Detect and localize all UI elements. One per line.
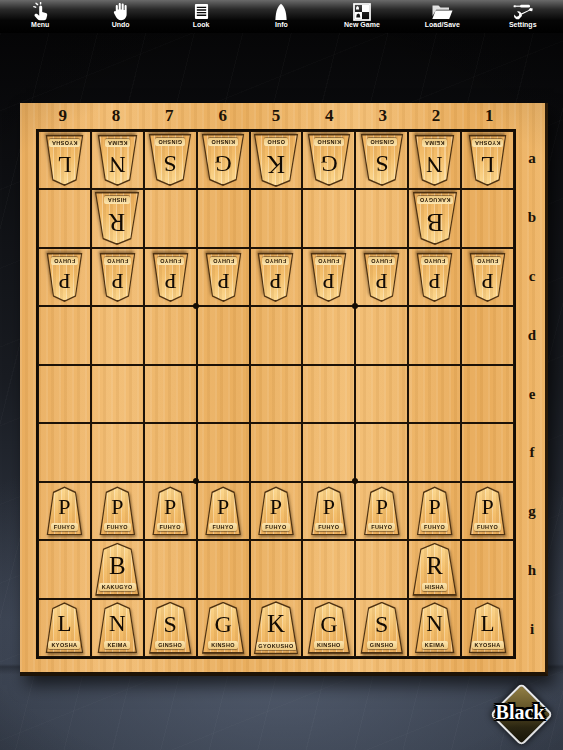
piece-name-label: FUHYO	[368, 523, 395, 531]
cell-4a[interactable]: GKINSHO	[302, 131, 355, 189]
piece-name-label: FUHYO	[209, 257, 236, 265]
piece-letter: N	[426, 604, 443, 641]
piece-letter: P	[481, 488, 493, 523]
piece-letter: S	[164, 147, 177, 185]
cell-7d[interactable]	[144, 306, 197, 364]
cell-8d[interactable]	[91, 306, 144, 364]
cell-1i[interactable]: LKYOSHA	[461, 599, 514, 657]
piece-fuhyo-2g[interactable]: PFUHYO	[416, 486, 453, 535]
piece-face: SGINSHO	[150, 603, 191, 652]
piece-fuhyo-9g[interactable]: PFUHYO	[46, 486, 83, 535]
piece-name-label: FUHYO	[421, 523, 448, 531]
piece-name-label: FUHYO	[104, 257, 131, 265]
piece-letter: P	[270, 265, 282, 300]
piece-kinsho-4a[interactable]: GKINSHO	[307, 134, 351, 186]
piece-gyokusho-5i[interactable]: KGYOKUSHO	[253, 601, 299, 654]
cell-9g[interactable]: PFUHYO	[38, 482, 91, 540]
piece-keima-2i[interactable]: NKEIMA	[414, 602, 455, 653]
piece-name-label: FUHYO	[209, 523, 236, 531]
cell-7b[interactable]	[144, 189, 197, 247]
piece-letter: P	[111, 488, 123, 523]
piece-letter: S	[375, 147, 388, 185]
cell-1g[interactable]: PFUHYO	[461, 482, 514, 540]
piece-letter: P	[217, 488, 229, 523]
piece-fuhyo-3c[interactable]: PFUHYO	[363, 253, 400, 302]
piece-letter: N	[109, 604, 126, 641]
piece-hisha-2h[interactable]: RHISHA	[412, 543, 458, 596]
piece-fuhyo-9c[interactable]: PFUHYO	[46, 253, 83, 302]
cell-7h[interactable]	[144, 540, 197, 598]
piece-face: GKINSHO	[308, 603, 349, 652]
toolbar-button-load-save[interactable]: Load/Save	[402, 0, 482, 33]
toolbar-button-menu[interactable]: Menu	[0, 0, 80, 33]
cell-8e[interactable]	[91, 365, 144, 423]
cell-7f[interactable]	[144, 423, 197, 481]
cell-2b[interactable]: BKAKUGYO	[408, 189, 461, 247]
toolbar-label: Undo	[112, 21, 130, 29]
file-label-4: 4	[303, 103, 356, 129]
cell-2h[interactable]: RHISHA	[408, 540, 461, 598]
piece-name-label: KEIMA	[104, 641, 130, 649]
cell-2c[interactable]: PFUHYO	[408, 248, 461, 306]
piece-letter: P	[376, 265, 388, 300]
cell-3b[interactable]	[355, 189, 408, 247]
tools-icon	[512, 2, 534, 21]
cell-2a[interactable]: NKEIMA	[408, 131, 461, 189]
piece-letter: P	[217, 265, 229, 300]
app-screen: Menu Undo Look Info New Game	[0, 0, 563, 750]
cell-3h[interactable]	[355, 540, 408, 598]
piece-name-label: FUHYO	[51, 523, 78, 531]
piece-fuhyo-6c[interactable]: PFUHYO	[205, 253, 242, 302]
cell-4g[interactable]: PFUHYO	[302, 482, 355, 540]
cell-5b[interactable]	[250, 189, 303, 247]
piece-hisha-8b[interactable]: RHISHA	[94, 192, 140, 245]
piece-ginsho-7a[interactable]: SGINSHO	[148, 134, 192, 186]
cell-9h[interactable]	[38, 540, 91, 598]
piece-letter: G	[214, 603, 231, 641]
piece-name-label: FUHYO	[157, 523, 184, 531]
cell-5i[interactable]: KGYOKUSHO	[250, 599, 303, 657]
piece-face: RHISHA	[413, 544, 456, 594]
cell-7a[interactable]: SGINSHO	[144, 131, 197, 189]
cell-3e[interactable]	[355, 365, 408, 423]
rank-label-f: f	[519, 423, 545, 482]
piece-face: KOSHO	[254, 135, 297, 185]
piece-letter: P	[164, 265, 176, 300]
cell-6f[interactable]	[197, 423, 250, 481]
piece-fuhyo-6g[interactable]: PFUHYO	[205, 486, 242, 535]
cell-5c[interactable]: PFUHYO	[250, 248, 303, 306]
piece-name-label: KYOSHA	[472, 641, 504, 649]
piece-name-label: FUHYO	[474, 257, 501, 265]
piece-name-label: KEIMA	[422, 641, 448, 649]
piece-face: LKYOSHA	[470, 604, 506, 652]
piece-face: GKINSHO	[308, 136, 349, 185]
cell-1e[interactable]	[461, 365, 514, 423]
piece-letter: S	[375, 603, 388, 641]
file-label-2: 2	[409, 103, 462, 129]
cell-3g[interactable]: PFUHYO	[355, 482, 408, 540]
raised-hand-icon	[112, 2, 129, 21]
piece-name-label: KINSHO	[314, 641, 344, 649]
cell-3i[interactable]: SGINSHO	[355, 599, 408, 657]
cell-8h[interactable]: BKAKUGYO	[91, 540, 144, 598]
cell-8i[interactable]: NKEIMA	[91, 599, 144, 657]
file-label-7: 7	[143, 103, 196, 129]
piece-keima-8a[interactable]: NKEIMA	[97, 135, 138, 186]
cell-2i[interactable]: NKEIMA	[408, 599, 461, 657]
cell-8a[interactable]: NKEIMA	[91, 131, 144, 189]
cell-9i[interactable]: LKYOSHA	[38, 599, 91, 657]
rank-label-a: a	[519, 129, 545, 188]
cell-1b[interactable]	[461, 189, 514, 247]
piece-kinsho-6a[interactable]: GKINSHO	[201, 134, 245, 186]
piece-name-label: FUHYO	[474, 523, 501, 531]
piece-letter: P	[58, 265, 70, 300]
cell-4b[interactable]	[302, 189, 355, 247]
hoshi-dot	[193, 303, 199, 309]
toolbar-label: Settings	[509, 21, 537, 29]
piece-face: KGYOKUSHO	[254, 603, 297, 653]
piece-fuhyo-5c[interactable]: PFUHYO	[257, 253, 294, 302]
piece-kakugyo-2b[interactable]: BKAKUGYO	[412, 192, 458, 245]
piece-face: SGINSHO	[150, 136, 191, 185]
piece-name-label: GINSHO	[155, 641, 185, 649]
cell-9d[interactable]	[38, 306, 91, 364]
piece-letter: P	[270, 488, 282, 523]
cell-8f[interactable]	[91, 423, 144, 481]
piece-name-label: KINSHO	[208, 139, 238, 147]
file-label-6: 6	[196, 103, 249, 129]
cell-8g[interactable]: PFUHYO	[91, 482, 144, 540]
piece-keima-2a[interactable]: NKEIMA	[414, 135, 455, 186]
cell-3a[interactable]: SGINSHO	[355, 131, 408, 189]
file-labels: 987654321	[36, 103, 516, 129]
piece-letter: P	[376, 488, 388, 523]
cell-2f[interactable]	[408, 423, 461, 481]
toolbar: Menu Undo Look Info New Game	[0, 0, 563, 34]
piece-keima-8i[interactable]: NKEIMA	[97, 602, 138, 653]
piece-fuhyo-4g[interactable]: PFUHYO	[310, 486, 347, 535]
file-label-3: 3	[356, 103, 409, 129]
piece-letter: P	[481, 265, 493, 300]
turn-indicator: Black	[487, 680, 553, 746]
piece-letter: B	[426, 205, 443, 244]
rank-label-g: g	[519, 482, 545, 541]
piece-ginsho-7i[interactable]: SGINSHO	[148, 602, 192, 654]
piece-name-label: KAKUGYO	[416, 197, 453, 205]
cell-4e[interactable]	[302, 365, 355, 423]
piece-name-label: GYOKUSHO	[255, 642, 296, 650]
piece-kyosha-9i[interactable]: LKYOSHA	[45, 602, 84, 653]
cell-5d[interactable]	[250, 306, 303, 364]
piece-name-label: HISHA	[422, 583, 447, 591]
toolbar-button-new-game[interactable]: New Game	[322, 0, 402, 33]
piece-letter: G	[320, 603, 337, 641]
piece-name-label: FUHYO	[421, 257, 448, 265]
cell-6e[interactable]	[197, 365, 250, 423]
cell-7e[interactable]	[144, 365, 197, 423]
piece-fuhyo-1c[interactable]: PFUHYO	[469, 253, 506, 302]
shogi-piece-icon	[273, 2, 289, 21]
cell-8c[interactable]: PFUHYO	[91, 248, 144, 306]
cell-7c[interactable]: PFUHYO	[144, 248, 197, 306]
hoshi-dot	[352, 303, 358, 309]
file-label-9: 9	[36, 103, 89, 129]
piece-name-label: KINSHO	[208, 641, 238, 649]
piece-kyosha-1i[interactable]: LKYOSHA	[468, 602, 507, 653]
piece-letter: P	[323, 265, 335, 300]
cell-9a[interactable]: LKYOSHA	[38, 131, 91, 189]
piece-letter: L	[57, 147, 71, 184]
piece-fuhyo-3g[interactable]: PFUHYO	[363, 486, 400, 535]
piece-letter: R	[426, 544, 443, 583]
cell-1a[interactable]: LKYOSHA	[461, 131, 514, 189]
toolbar-button-settings[interactable]: Settings	[483, 0, 563, 33]
piece-name-label: KYOSHA	[472, 139, 504, 147]
document-lines-icon	[194, 2, 209, 21]
cell-9c[interactable]: PFUHYO	[38, 248, 91, 306]
piece-face: GKINSHO	[203, 603, 244, 652]
piece-osho-5a[interactable]: KOSHO	[253, 134, 299, 187]
board-grid-icon	[353, 2, 371, 21]
piece-letter: L	[481, 604, 495, 641]
piece-name-label: KEIMA	[422, 139, 448, 147]
piece-name-label: HISHA	[105, 197, 130, 205]
cell-4d[interactable]	[302, 306, 355, 364]
piece-face: NKEIMA	[416, 604, 454, 652]
cell-3c[interactable]: PFUHYO	[355, 248, 408, 306]
piece-fuhyo-1g[interactable]: PFUHYO	[469, 486, 506, 535]
piece-name-label: GINSHO	[367, 139, 397, 147]
cell-5f[interactable]	[250, 423, 303, 481]
piece-fuhyo-7c[interactable]: PFUHYO	[152, 253, 189, 302]
piece-kyosha-9a[interactable]: LKYOSHA	[45, 135, 84, 186]
piece-kyosha-1a[interactable]: LKYOSHA	[468, 135, 507, 186]
cell-2d[interactable]	[408, 306, 461, 364]
piece-name-label: FUHYO	[315, 523, 342, 531]
cell-1h[interactable]	[461, 540, 514, 598]
cell-5a[interactable]: KOSHO	[250, 131, 303, 189]
piece-name-label: FUHYO	[315, 257, 342, 265]
cell-5e[interactable]	[250, 365, 303, 423]
piece-name-label: FUHYO	[104, 523, 131, 531]
piece-kinsho-4i[interactable]: GKINSHO	[307, 602, 351, 654]
piece-letter: B	[109, 544, 126, 583]
piece-face: GKINSHO	[203, 136, 244, 185]
piece-fuhyo-2c[interactable]: PFUHYO	[416, 253, 453, 302]
piece-ginsho-3i[interactable]: SGINSHO	[360, 602, 404, 654]
piece-face: BKAKUGYO	[96, 544, 139, 594]
cell-4i[interactable]: GKINSHO	[302, 599, 355, 657]
rank-label-h: h	[519, 541, 545, 600]
piece-name-label: KINSHO	[314, 139, 344, 147]
rank-label-b: b	[519, 188, 545, 247]
piece-fuhyo-7g[interactable]: PFUHYO	[152, 486, 189, 535]
rank-label-d: d	[519, 306, 545, 365]
piece-name-label: FUHYO	[262, 523, 289, 531]
cell-1d[interactable]	[461, 306, 514, 364]
piece-name-label: KYOSHA	[48, 139, 80, 147]
cell-6a[interactable]: GKINSHO	[197, 131, 250, 189]
toolbar-button-undo[interactable]: Undo	[80, 0, 160, 33]
piece-fuhyo-8g[interactable]: PFUHYO	[99, 486, 136, 535]
turn-label: Black	[496, 701, 545, 724]
cell-2e[interactable]	[408, 365, 461, 423]
piece-fuhyo-5g[interactable]: PFUHYO	[257, 486, 294, 535]
game-background: 987654321 LKYOSHANKEIMASGINSHOGKINSHOKOS…	[0, 33, 563, 750]
toolbar-label: Info	[275, 21, 288, 29]
piece-name-label: GINSHO	[155, 139, 185, 147]
toolbar-label: Look	[193, 21, 210, 29]
cell-6g[interactable]: PFUHYO	[197, 482, 250, 540]
cell-2g[interactable]: PFUHYO	[408, 482, 461, 540]
piece-letter: R	[109, 205, 126, 244]
piece-face: NKEIMA	[98, 604, 136, 652]
piece-kakugyo-8h[interactable]: BKAKUGYO	[94, 543, 140, 596]
toolbar-button-look[interactable]: Look	[161, 0, 241, 33]
cell-8b[interactable]: RHISHA	[91, 189, 144, 247]
file-label-8: 8	[89, 103, 142, 129]
cell-9e[interactable]	[38, 365, 91, 423]
cell-6h[interactable]	[197, 540, 250, 598]
piece-letter: S	[164, 603, 177, 641]
board-grid: LKYOSHANKEIMASGINSHOGKINSHOKOSHOGKINSHOS…	[36, 129, 516, 659]
cell-3d[interactable]	[355, 306, 408, 364]
piece-name-label: KEIMA	[104, 139, 130, 147]
cell-3f[interactable]	[355, 423, 408, 481]
piece-name-label: FUHYO	[157, 257, 184, 265]
piece-face: LKYOSHA	[46, 604, 82, 652]
piece-name-label: GINSHO	[367, 641, 397, 649]
open-folder-icon	[431, 2, 453, 21]
file-label-5: 5	[249, 103, 302, 129]
rank-labels: abcdefghi	[519, 129, 545, 659]
hoshi-dot	[352, 478, 358, 484]
piece-letter: L	[57, 604, 71, 641]
cell-1f[interactable]	[461, 423, 514, 481]
toolbar-button-info[interactable]: Info	[241, 0, 321, 33]
piece-letter: P	[429, 488, 441, 523]
cell-4h[interactable]	[302, 540, 355, 598]
piece-letter: P	[164, 488, 176, 523]
piece-letter: P	[429, 265, 441, 300]
piece-fuhyo-8c[interactable]: PFUHYO	[99, 253, 136, 302]
piece-name-label: FUHYO	[368, 257, 395, 265]
cell-7g[interactable]: PFUHYO	[144, 482, 197, 540]
toolbar-label: Load/Save	[425, 21, 460, 29]
piece-letter: P	[58, 488, 70, 523]
rank-label-e: e	[519, 365, 545, 424]
cell-7i[interactable]: SGINSHO	[144, 599, 197, 657]
cell-6d[interactable]	[197, 306, 250, 364]
cell-6c[interactable]: PFUHYO	[197, 248, 250, 306]
cell-1c[interactable]: PFUHYO	[461, 248, 514, 306]
piece-letter: L	[481, 147, 495, 184]
piece-name-label: KYOSHA	[48, 641, 80, 649]
piece-letter: N	[109, 147, 126, 184]
piece-letter: G	[320, 147, 337, 185]
tap-hand-icon	[29, 2, 51, 21]
piece-letter: P	[111, 265, 123, 300]
cell-4f[interactable]	[302, 423, 355, 481]
piece-name-label: FUHYO	[51, 257, 78, 265]
cell-5h[interactable]	[250, 540, 303, 598]
cell-5g[interactable]: PFUHYO	[250, 482, 303, 540]
piece-ginsho-3a[interactable]: SGINSHO	[360, 134, 404, 186]
rank-label-i: i	[519, 600, 545, 659]
cell-6b[interactable]	[197, 189, 250, 247]
piece-face: SGINSHO	[361, 136, 402, 185]
piece-letter: N	[426, 147, 443, 184]
toolbar-label: Menu	[31, 21, 49, 29]
piece-face: SGINSHO	[361, 603, 402, 652]
piece-name-label: KAKUGYO	[99, 583, 136, 591]
piece-letter: K	[267, 603, 285, 642]
piece-name-label: FUHYO	[262, 257, 289, 265]
cell-9b[interactable]	[38, 189, 91, 247]
shogi-board: 987654321 LKYOSHANKEIMASGINSHOGKINSHOKOS…	[20, 103, 548, 676]
cell-4c[interactable]: PFUHYO	[302, 248, 355, 306]
file-label-1: 1	[463, 103, 516, 129]
toolbar-label: New Game	[344, 21, 380, 29]
piece-letter: P	[323, 488, 335, 523]
piece-name-label: OSHO	[264, 138, 288, 146]
piece-letter: K	[267, 146, 285, 185]
rank-label-c: c	[519, 247, 545, 306]
piece-letter: G	[214, 147, 231, 185]
piece-fuhyo-4c[interactable]: PFUHYO	[310, 253, 347, 302]
hoshi-dot	[193, 478, 199, 484]
piece-kinsho-6i[interactable]: GKINSHO	[201, 602, 245, 654]
cell-9f[interactable]	[38, 423, 91, 481]
cell-6i[interactable]: GKINSHO	[197, 599, 250, 657]
